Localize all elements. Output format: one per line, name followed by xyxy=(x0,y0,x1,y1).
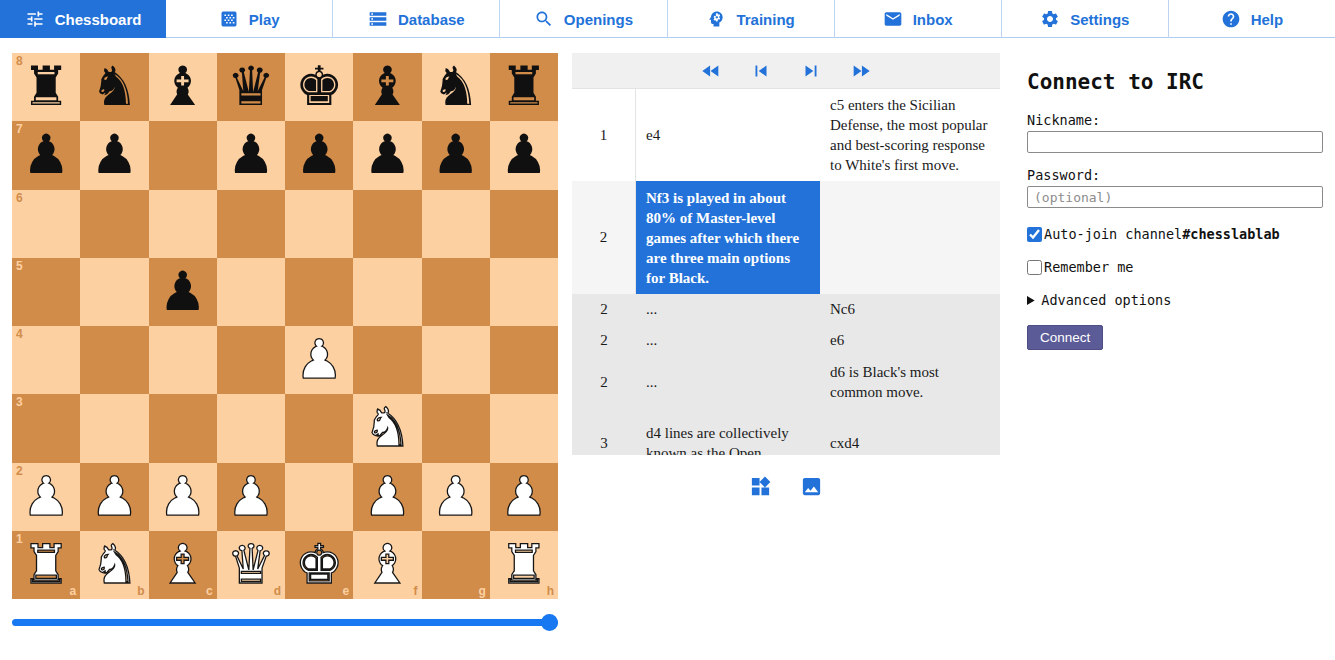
black-king[interactable]: ♚ xyxy=(295,60,343,114)
nickname-input[interactable] xyxy=(1027,131,1323,153)
square-f1[interactable]: f♝ xyxy=(353,531,421,599)
move-history: 1 e4 c5 enters the Sicilian Defense, the… xyxy=(572,53,1000,455)
square-d1[interactable]: d♛ xyxy=(217,531,285,599)
move-row[interactable]: 2 ... e6 xyxy=(572,324,1000,356)
history-controls xyxy=(572,53,1000,89)
square-h7[interactable]: ♟ xyxy=(490,121,558,189)
black-queen[interactable]: ♛ xyxy=(227,60,275,114)
square-g7[interactable]: ♟ xyxy=(422,121,490,189)
square-f8[interactable]: ♝ xyxy=(353,53,421,121)
white-bishop[interactable]: ♝ xyxy=(158,538,206,592)
black-move-cell[interactable] xyxy=(820,181,1000,294)
move-number: 1 xyxy=(572,89,636,181)
square-b6[interactable] xyxy=(80,190,148,258)
white-bishop[interactable]: ♝ xyxy=(363,538,411,592)
square-c6[interactable] xyxy=(149,190,217,258)
tab-database[interactable]: Database xyxy=(333,0,500,38)
square-g5[interactable] xyxy=(422,258,490,326)
square-f2[interactable]: ♟ xyxy=(353,463,421,531)
white-pawn[interactable]: ♟ xyxy=(500,470,548,524)
white-move-cell[interactable]: e4 xyxy=(636,89,820,181)
fast-rewind-icon xyxy=(700,60,722,82)
square-c8[interactable]: ♝ xyxy=(149,53,217,121)
square-e6[interactable] xyxy=(285,190,353,258)
square-a4[interactable]: 4 xyxy=(12,326,80,394)
autojoin-channel: #chesslablab xyxy=(1182,226,1280,242)
white-move-cell[interactable]: Nf3 is played in about 80% of Master-lev… xyxy=(636,181,820,294)
advanced-options-toggle[interactable]: Advanced options xyxy=(1027,292,1323,308)
remember-label: Remember me xyxy=(1044,259,1133,275)
search-icon xyxy=(534,9,554,29)
square-a8[interactable]: 8♜ xyxy=(12,53,80,121)
skip-previous-icon xyxy=(750,60,772,82)
tab-inbox[interactable]: Inbox xyxy=(835,0,1002,38)
square-d4[interactable] xyxy=(217,326,285,394)
square-e5[interactable] xyxy=(285,258,353,326)
rank-label: 1 xyxy=(16,533,23,545)
square-e4[interactable]: ♟ xyxy=(285,326,353,394)
square-g6[interactable] xyxy=(422,190,490,258)
square-c7[interactable] xyxy=(149,121,217,189)
black-pawn[interactable]: ♟ xyxy=(90,128,138,182)
file-label: b xyxy=(137,585,144,597)
move-number: 2 xyxy=(572,181,636,294)
black-pawn[interactable]: ♟ xyxy=(295,128,343,182)
move-number: 2 xyxy=(572,356,636,408)
top-nav: Chessboard Play Database Openings Traini… xyxy=(0,0,1335,38)
move-number: 2 xyxy=(572,324,636,356)
black-move-cell[interactable]: e6 xyxy=(820,324,1000,356)
white-pawn[interactable]: ♟ xyxy=(158,470,206,524)
white-move-cell[interactable]: ... xyxy=(636,324,820,356)
move-number: 3 xyxy=(572,408,636,455)
white-pawn[interactable]: ♟ xyxy=(227,470,275,524)
file-label: a xyxy=(70,585,77,597)
square-d5[interactable] xyxy=(217,258,285,326)
black-move-cell[interactable]: cxd4 xyxy=(820,408,1000,455)
black-bishop[interactable]: ♝ xyxy=(158,60,206,114)
white-pawn[interactable]: ♟ xyxy=(295,333,343,387)
file-label: c xyxy=(206,585,213,597)
widgets-icon xyxy=(749,475,772,498)
black-rook[interactable]: ♜ xyxy=(500,60,548,114)
file-label: f xyxy=(414,585,418,597)
rank-label: 3 xyxy=(16,396,23,408)
tab-chessboard[interactable]: Chessboard xyxy=(0,0,166,38)
black-move-cell[interactable]: d6 is Black's most common move. xyxy=(820,356,1000,408)
autojoin-label: Auto-join channel xyxy=(1044,226,1182,242)
file-label: g xyxy=(478,585,485,597)
rank-label: 4 xyxy=(16,328,23,340)
database-icon xyxy=(368,9,388,29)
tune-icon xyxy=(25,9,45,29)
square-e3[interactable] xyxy=(285,394,353,462)
tab-label: Inbox xyxy=(913,11,953,28)
white-pawn[interactable]: ♟ xyxy=(363,470,411,524)
fast-forward-icon xyxy=(850,60,872,82)
file-label: e xyxy=(343,585,350,597)
square-b4[interactable] xyxy=(80,326,148,394)
tab-settings[interactable]: Settings xyxy=(1002,0,1169,38)
square-f7[interactable]: ♟ xyxy=(353,121,421,189)
square-f6[interactable] xyxy=(353,190,421,258)
square-b8[interactable]: ♞ xyxy=(80,53,148,121)
move-row[interactable]: 1 e4 c5 enters the Sicilian Defense, the… xyxy=(572,89,1000,181)
square-h4[interactable] xyxy=(490,326,558,394)
widgets-button[interactable] xyxy=(749,475,772,498)
tab-label: Help xyxy=(1251,11,1284,28)
white-queen[interactable]: ♛ xyxy=(227,538,275,592)
square-a3[interactable]: 3 xyxy=(12,394,80,462)
black-pawn[interactable]: ♟ xyxy=(363,128,411,182)
square-b2[interactable]: ♟ xyxy=(80,463,148,531)
white-rook[interactable]: ♜ xyxy=(22,538,70,592)
square-h6[interactable] xyxy=(490,190,558,258)
square-g8[interactable]: ♞ xyxy=(422,53,490,121)
tab-label: Database xyxy=(398,11,465,28)
black-pawn[interactable]: ♟ xyxy=(431,128,479,182)
square-g3[interactable] xyxy=(422,394,490,462)
psychology-icon xyxy=(706,9,726,29)
tab-label: Play xyxy=(249,11,280,28)
file-label: h xyxy=(547,585,554,597)
rank-label: 5 xyxy=(16,260,23,272)
square-a2[interactable]: 2♟ xyxy=(12,463,80,531)
autojoin-checkbox[interactable] xyxy=(1027,227,1042,242)
black-move-cell[interactable]: c5 enters the Sicilian Defense, the most… xyxy=(820,89,1000,181)
skip-previous-button[interactable] xyxy=(750,60,772,82)
file-label: d xyxy=(274,585,281,597)
skip-next-icon xyxy=(800,60,822,82)
square-f3[interactable]: ♞ xyxy=(353,394,421,462)
highlighted-move[interactable]: Nf3 is played in about 80% of Master-lev… xyxy=(636,181,820,294)
square-h3[interactable] xyxy=(490,394,558,462)
move-row[interactable]: 2 Nf3 is played in about 80% of Master-l… xyxy=(572,181,1000,294)
white-pawn[interactable]: ♟ xyxy=(90,470,138,524)
square-d6[interactable] xyxy=(217,190,285,258)
move-row[interactable]: 2 ... d6 is Black's most common move. xyxy=(572,356,1000,408)
move-row[interactable]: 2 ... Nc6 xyxy=(572,294,1000,324)
black-knight[interactable]: ♞ xyxy=(90,60,138,114)
square-e2[interactable] xyxy=(285,463,353,531)
chess-board: 8♜♞♝♛♚♝♞♜7♟♟♟♟♟♟♟65♟4♟3♞2♟♟♟♟♟♟♟1a♜b♞c♝d… xyxy=(12,53,558,599)
gear-icon xyxy=(1040,9,1060,29)
square-d3[interactable] xyxy=(217,394,285,462)
square-b5[interactable] xyxy=(80,258,148,326)
black-pawn[interactable]: ♟ xyxy=(500,128,548,182)
tab-label: Settings xyxy=(1070,11,1129,28)
fast-rewind-button[interactable] xyxy=(700,60,722,82)
move-number: 2 xyxy=(572,294,636,324)
board-size-slider[interactable] xyxy=(12,612,558,632)
square-e1[interactable]: e♚ xyxy=(285,531,353,599)
square-h5[interactable] xyxy=(490,258,558,326)
square-c1[interactable]: c♝ xyxy=(149,531,217,599)
image-button[interactable] xyxy=(800,475,823,498)
nickname-label: Nickname: xyxy=(1027,112,1323,128)
white-knight[interactable]: ♞ xyxy=(363,401,411,455)
square-b3[interactable] xyxy=(80,394,148,462)
black-pawn[interactable]: ♟ xyxy=(22,128,70,182)
panel-title: Connect to IRC xyxy=(1027,70,1323,94)
history-tools xyxy=(572,475,1000,498)
white-move-cell[interactable]: ... xyxy=(636,356,820,408)
square-h1[interactable]: h♜ xyxy=(490,531,558,599)
white-pawn[interactable]: ♟ xyxy=(431,470,479,524)
tab-label: Training xyxy=(736,11,794,28)
square-c3[interactable] xyxy=(149,394,217,462)
rank-label: 2 xyxy=(16,465,23,477)
white-pawn[interactable]: ♟ xyxy=(22,470,70,524)
square-h2[interactable]: ♟ xyxy=(490,463,558,531)
tab-label: Chessboard xyxy=(55,11,142,28)
rank-label: 7 xyxy=(16,123,23,135)
rank-label: 8 xyxy=(16,55,23,67)
tab-openings[interactable]: Openings xyxy=(500,0,667,38)
password-label: Password: xyxy=(1027,167,1323,183)
board-icon xyxy=(219,9,239,29)
remember-row: Remember me xyxy=(1027,259,1323,275)
black-move-cell[interactable]: Nc6 xyxy=(820,294,1000,324)
white-rook[interactable]: ♜ xyxy=(500,538,548,592)
square-d8[interactable]: ♛ xyxy=(217,53,285,121)
tab-label: Openings xyxy=(564,11,633,28)
white-knight[interactable]: ♞ xyxy=(90,538,138,592)
rank-label: 6 xyxy=(16,192,23,204)
square-d7[interactable]: ♟ xyxy=(217,121,285,189)
tab-help[interactable]: Help xyxy=(1169,0,1335,38)
password-input[interactable] xyxy=(1027,186,1323,208)
square-a7[interactable]: 7♟ xyxy=(12,121,80,189)
square-a5[interactable]: 5 xyxy=(12,258,80,326)
black-rook[interactable]: ♜ xyxy=(22,60,70,114)
white-king[interactable]: ♚ xyxy=(295,538,343,592)
tab-training[interactable]: Training xyxy=(668,0,835,38)
white-move-cell[interactable]: d4 lines are collectively known as the O… xyxy=(636,408,820,455)
remember-checkbox[interactable] xyxy=(1027,260,1042,275)
tab-play[interactable]: Play xyxy=(166,0,333,38)
square-g1[interactable]: g xyxy=(422,531,490,599)
move-row[interactable]: 3 d4 lines are collectively known as the… xyxy=(572,408,1000,455)
black-pawn[interactable]: ♟ xyxy=(227,128,275,182)
connect-button[interactable]: Connect xyxy=(1027,325,1103,350)
square-a6[interactable]: 6 xyxy=(12,190,80,258)
mail-icon xyxy=(883,9,903,29)
irc-panel: Connect to IRC Nickname: Password: Auto-… xyxy=(1027,70,1323,350)
help-icon xyxy=(1221,9,1241,29)
advanced-options: Advanced options xyxy=(1027,292,1323,308)
square-f5[interactable] xyxy=(353,258,421,326)
square-d2[interactable]: ♟ xyxy=(217,463,285,531)
image-icon xyxy=(800,475,823,498)
square-b1[interactable]: b♞ xyxy=(80,531,148,599)
fast-forward-button[interactable] xyxy=(850,60,872,82)
square-e8[interactable]: ♚ xyxy=(285,53,353,121)
skip-next-button[interactable] xyxy=(800,60,822,82)
square-c2[interactable]: ♟ xyxy=(149,463,217,531)
square-c5[interactable]: ♟ xyxy=(149,258,217,326)
black-pawn[interactable]: ♟ xyxy=(158,265,206,319)
black-knight[interactable]: ♞ xyxy=(431,60,479,114)
square-f4[interactable] xyxy=(353,326,421,394)
square-g4[interactable] xyxy=(422,326,490,394)
square-h8[interactable]: ♜ xyxy=(490,53,558,121)
black-bishop[interactable]: ♝ xyxy=(363,60,411,114)
square-c4[interactable] xyxy=(149,326,217,394)
square-a1[interactable]: 1a♜ xyxy=(12,531,80,599)
square-g2[interactable]: ♟ xyxy=(422,463,490,531)
white-move-cell[interactable]: ... xyxy=(636,294,820,324)
autojoin-row: Auto-join channel #chesslablab xyxy=(1027,226,1323,242)
square-e7[interactable]: ♟ xyxy=(285,121,353,189)
square-b7[interactable]: ♟ xyxy=(80,121,148,189)
